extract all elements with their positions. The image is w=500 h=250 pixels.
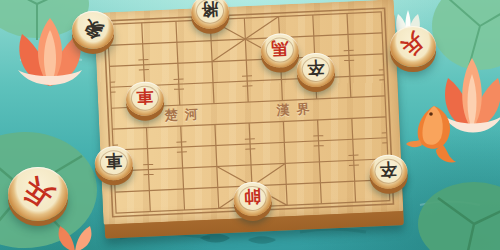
piece-glyph: 帥 [233, 181, 272, 213]
piece-glyph: 兵 [0, 153, 78, 232]
koi-fish-icon [404, 102, 466, 166]
river-label-han-jie: 漢界 [276, 100, 317, 120]
piece-black-soldier[interactable]: 卒 [369, 154, 409, 190]
xiangqi-game-scene: 楚河 漢界 將馬卒車車卒帥 象兵兵 [0, 0, 500, 250]
piece-glyph: 馬 [260, 33, 299, 65]
red-soldier-floating: 兵 [390, 26, 436, 67]
black-elephant-floating: 象 [72, 11, 114, 49]
lotus-bud-bottom-left-icon [52, 226, 98, 250]
river-label-chu-he: 楚河 [164, 105, 205, 125]
piece-glyph: 將 [190, 0, 229, 26]
piece-glyph: 車 [94, 145, 133, 177]
piece-glyph: 車 [125, 81, 164, 113]
xiangqi-board[interactable]: 楚河 漢界 將馬卒車車卒帥 [94, 0, 404, 241]
lotus-leaf-bottom-right-icon [416, 176, 500, 250]
lotus-flower-top-right-icon [436, 50, 500, 142]
piece-glyph: 卒 [369, 154, 408, 186]
red-soldier-floating: 兵 [8, 167, 68, 221]
piece-glyph: 卒 [296, 52, 335, 84]
